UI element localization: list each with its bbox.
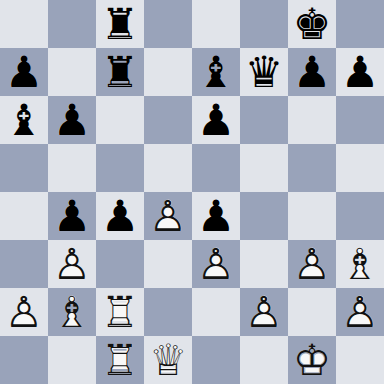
- black-rook-glyph-under: ♖: [96, 0, 144, 48]
- square-h5[interactable]: [336, 144, 384, 192]
- white-bishop-glyph-under: ♝: [336, 240, 384, 288]
- square-a5[interactable]: [0, 144, 48, 192]
- black-pawn-glyph-under: ♙: [48, 96, 96, 144]
- black-bishop-glyph: ♝: [192, 48, 240, 96]
- white-rook-glyph: ♖: [96, 336, 144, 384]
- square-b1[interactable]: [48, 336, 96, 384]
- square-g5[interactable]: [288, 144, 336, 192]
- black-pawn-glyph: ♟: [48, 96, 96, 144]
- white-pawn[interactable]: ♟♙: [192, 240, 240, 288]
- white-pawn-glyph: ♙: [48, 240, 96, 288]
- square-b3[interactable]: ♟♙: [48, 240, 96, 288]
- black-bishop-glyph: ♝: [0, 96, 48, 144]
- square-e7[interactable]: ♗♝: [192, 48, 240, 96]
- square-f1[interactable]: [240, 336, 288, 384]
- black-pawn-glyph: ♟: [0, 48, 48, 96]
- white-bishop[interactable]: ♝♗: [336, 240, 384, 288]
- black-pawn[interactable]: ♙♟: [48, 192, 96, 240]
- black-pawn-glyph: ♟: [288, 48, 336, 96]
- square-a4[interactable]: [0, 192, 48, 240]
- square-e3[interactable]: ♟♙: [192, 240, 240, 288]
- square-b7[interactable]: [48, 48, 96, 96]
- white-pawn-glyph-under: ♟: [288, 240, 336, 288]
- black-rook-glyph-under: ♖: [96, 48, 144, 96]
- white-pawn-glyph: ♙: [288, 240, 336, 288]
- square-h2[interactable]: ♟♙: [336, 288, 384, 336]
- black-pawn[interactable]: ♙♟: [192, 192, 240, 240]
- square-b5[interactable]: [48, 144, 96, 192]
- square-d3[interactable]: [144, 240, 192, 288]
- black-pawn-glyph-under: ♙: [192, 96, 240, 144]
- black-pawn[interactable]: ♙♟: [336, 48, 384, 96]
- square-d7[interactable]: [144, 48, 192, 96]
- square-h8[interactable]: [336, 0, 384, 48]
- black-pawn-glyph: ♟: [192, 96, 240, 144]
- black-pawn-glyph-under: ♙: [288, 48, 336, 96]
- white-rook[interactable]: ♜♖: [96, 336, 144, 384]
- square-d1[interactable]: ♛♕: [144, 336, 192, 384]
- white-pawn-glyph-under: ♟: [144, 192, 192, 240]
- square-f8[interactable]: [240, 0, 288, 48]
- square-b6[interactable]: ♙♟: [48, 96, 96, 144]
- white-pawn[interactable]: ♟♙: [0, 288, 48, 336]
- white-pawn-glyph: ♙: [144, 192, 192, 240]
- black-bishop[interactable]: ♗♝: [192, 48, 240, 96]
- square-e1[interactable]: [192, 336, 240, 384]
- white-queen[interactable]: ♛♕: [144, 336, 192, 384]
- black-queen-glyph-under: ♕: [240, 48, 288, 96]
- white-bishop-glyph-under: ♝: [48, 288, 96, 336]
- white-king[interactable]: ♚♔: [288, 336, 336, 384]
- square-b2[interactable]: ♝♗: [48, 288, 96, 336]
- white-pawn-glyph-under: ♟: [192, 240, 240, 288]
- white-rook-glyph-under: ♜: [96, 336, 144, 384]
- black-pawn-glyph-under: ♙: [192, 192, 240, 240]
- square-f4[interactable]: [240, 192, 288, 240]
- black-rook[interactable]: ♖♜: [96, 48, 144, 96]
- white-bishop-glyph: ♗: [336, 240, 384, 288]
- black-pawn-glyph: ♟: [96, 192, 144, 240]
- black-pawn[interactable]: ♙♟: [288, 48, 336, 96]
- white-king-glyph: ♔: [288, 336, 336, 384]
- white-bishop-glyph: ♗: [48, 288, 96, 336]
- square-d8[interactable]: [144, 0, 192, 48]
- square-g2[interactable]: [288, 288, 336, 336]
- black-pawn[interactable]: ♙♟: [0, 48, 48, 96]
- square-c1[interactable]: ♜♖: [96, 336, 144, 384]
- white-king-glyph-under: ♚: [288, 336, 336, 384]
- square-e5[interactable]: [192, 144, 240, 192]
- square-c8[interactable]: ♖♜: [96, 0, 144, 48]
- black-queen-glyph: ♛: [240, 48, 288, 96]
- square-c6[interactable]: [96, 96, 144, 144]
- square-d4[interactable]: ♟♙: [144, 192, 192, 240]
- black-king-glyph: ♚: [288, 0, 336, 48]
- black-pawn-glyph: ♟: [336, 48, 384, 96]
- black-pawn-glyph: ♟: [192, 192, 240, 240]
- black-pawn[interactable]: ♙♟: [96, 192, 144, 240]
- square-g3[interactable]: ♟♙: [288, 240, 336, 288]
- square-g1[interactable]: ♚♔: [288, 336, 336, 384]
- black-pawn-glyph-under: ♙: [336, 48, 384, 96]
- square-c7[interactable]: ♖♜: [96, 48, 144, 96]
- black-queen[interactable]: ♕♛: [240, 48, 288, 96]
- white-rook[interactable]: ♜♖: [96, 288, 144, 336]
- square-c5[interactable]: [96, 144, 144, 192]
- white-pawn-glyph: ♙: [192, 240, 240, 288]
- white-queen-glyph-under: ♛: [144, 336, 192, 384]
- black-bishop-glyph-under: ♗: [0, 96, 48, 144]
- black-pawn[interactable]: ♙♟: [48, 96, 96, 144]
- black-bishop[interactable]: ♗♝: [0, 96, 48, 144]
- white-bishop[interactable]: ♝♗: [48, 288, 96, 336]
- square-a2[interactable]: ♟♙: [0, 288, 48, 336]
- white-pawn-glyph-under: ♟: [48, 240, 96, 288]
- square-f5[interactable]: [240, 144, 288, 192]
- black-pawn[interactable]: ♙♟: [192, 96, 240, 144]
- white-pawn-glyph-under: ♟: [240, 288, 288, 336]
- black-pawn-glyph: ♟: [48, 192, 96, 240]
- white-rook-glyph-under: ♜: [96, 288, 144, 336]
- square-h3[interactable]: ♝♗: [336, 240, 384, 288]
- white-pawn-glyph: ♙: [0, 288, 48, 336]
- square-g4[interactable]: [288, 192, 336, 240]
- square-f6[interactable]: [240, 96, 288, 144]
- black-pawn-glyph-under: ♙: [0, 48, 48, 96]
- square-h1[interactable]: [336, 336, 384, 384]
- square-c4[interactable]: ♙♟: [96, 192, 144, 240]
- black-king[interactable]: ♔♚: [288, 0, 336, 48]
- square-e2[interactable]: [192, 288, 240, 336]
- square-a8[interactable]: [0, 0, 48, 48]
- white-pawn[interactable]: ♟♙: [144, 192, 192, 240]
- black-rook-glyph: ♜: [96, 48, 144, 96]
- square-g8[interactable]: ♔♚: [288, 0, 336, 48]
- white-pawn[interactable]: ♟♙: [240, 288, 288, 336]
- black-bishop-glyph-under: ♗: [192, 48, 240, 96]
- square-e6[interactable]: ♙♟: [192, 96, 240, 144]
- square-f2[interactable]: ♟♙: [240, 288, 288, 336]
- square-d5[interactable]: [144, 144, 192, 192]
- black-rook[interactable]: ♖♜: [96, 0, 144, 48]
- black-rook-glyph: ♜: [96, 0, 144, 48]
- white-rook-glyph: ♖: [96, 288, 144, 336]
- square-h6[interactable]: [336, 96, 384, 144]
- white-pawn[interactable]: ♟♙: [288, 240, 336, 288]
- square-e4[interactable]: ♙♟: [192, 192, 240, 240]
- square-a1[interactable]: [0, 336, 48, 384]
- square-b4[interactable]: ♙♟: [48, 192, 96, 240]
- square-e8[interactable]: [192, 0, 240, 48]
- square-d6[interactable]: [144, 96, 192, 144]
- square-h4[interactable]: [336, 192, 384, 240]
- white-queen-glyph: ♕: [144, 336, 192, 384]
- square-c3[interactable]: [96, 240, 144, 288]
- square-c2[interactable]: ♜♖: [96, 288, 144, 336]
- square-a7[interactable]: ♙♟: [0, 48, 48, 96]
- white-pawn-glyph: ♙: [240, 288, 288, 336]
- square-g7[interactable]: ♙♟: [288, 48, 336, 96]
- white-pawn-glyph-under: ♟: [336, 288, 384, 336]
- square-a6[interactable]: ♗♝: [0, 96, 48, 144]
- square-b8[interactable]: [48, 0, 96, 48]
- black-king-glyph-under: ♔: [288, 0, 336, 48]
- square-f7[interactable]: ♕♛: [240, 48, 288, 96]
- square-a3[interactable]: [0, 240, 48, 288]
- square-d2[interactable]: [144, 288, 192, 336]
- white-pawn-glyph: ♙: [336, 288, 384, 336]
- chess-board: ♖♜♔♚♙♟♖♜♗♝♕♛♙♟♙♟♗♝♙♟♙♟♙♟♙♟♟♙♙♟♟♙♟♙♟♙♝♗♟♙…: [0, 0, 384, 384]
- white-pawn[interactable]: ♟♙: [336, 288, 384, 336]
- white-pawn-glyph-under: ♟: [0, 288, 48, 336]
- square-f3[interactable]: [240, 240, 288, 288]
- black-pawn-glyph-under: ♙: [96, 192, 144, 240]
- black-pawn-glyph-under: ♙: [48, 192, 96, 240]
- square-h7[interactable]: ♙♟: [336, 48, 384, 96]
- square-g6[interactable]: [288, 96, 336, 144]
- white-pawn[interactable]: ♟♙: [48, 240, 96, 288]
